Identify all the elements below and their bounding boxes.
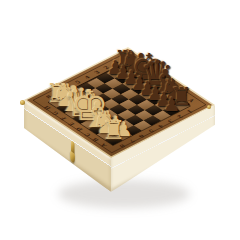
- black-pawn: ♟: [131, 74, 148, 93]
- pieces-layer: ♜♞♝♚♛♝♞♜♟♟♟♟♟♟♟♟♟♟♟♟♟♟♟♟♜♞♝♛♚♝♞♜: [0, 0, 240, 240]
- black-pawn: ♟: [115, 63, 132, 82]
- white-queen: ♛: [64, 83, 99, 122]
- white-pawn: ♟: [91, 102, 109, 122]
- black-rook: ♜: [170, 84, 192, 109]
- black-bishop: ♝: [126, 49, 156, 82]
- white-bishop: ♝: [58, 82, 89, 117]
- white-pawn: ♟: [107, 113, 125, 133]
- white-king: ♚: [71, 85, 109, 127]
- white-pawn: ♟: [74, 92, 92, 112]
- white-pawn: ♟: [82, 97, 100, 117]
- white-pawn: ♟: [58, 81, 76, 101]
- white-pawn: ♟: [66, 86, 84, 106]
- black-pawn: ♟: [155, 90, 172, 109]
- black-pawn: ♟: [147, 84, 164, 103]
- black-knight: ♞: [120, 48, 146, 77]
- black-pawn: ♟: [123, 68, 140, 87]
- white-knight: ♞: [92, 107, 120, 138]
- white-pawn: ♟: [115, 119, 133, 139]
- white-pawn: ♟: [99, 108, 117, 128]
- chess-set-photo: HHGGFFEEDDCCBBAA1122334455667788 ♜♞♝♚♛♝♞…: [0, 0, 240, 240]
- white-rook: ♜: [46, 80, 69, 106]
- white-knight: ♞: [52, 80, 80, 111]
- black-rook: ♜: [114, 47, 136, 72]
- black-bishop: ♝: [150, 65, 180, 98]
- white-bishop: ♝: [82, 98, 113, 133]
- black-queen: ♛: [141, 56, 174, 93]
- white-rook: ♜: [102, 117, 125, 143]
- black-knight: ♞: [160, 75, 186, 104]
- black-pawn: ♟: [107, 58, 124, 77]
- black-pawn: ♟: [139, 79, 156, 98]
- black-king: ♚: [131, 48, 167, 88]
- black-pawn: ♟: [163, 95, 180, 114]
